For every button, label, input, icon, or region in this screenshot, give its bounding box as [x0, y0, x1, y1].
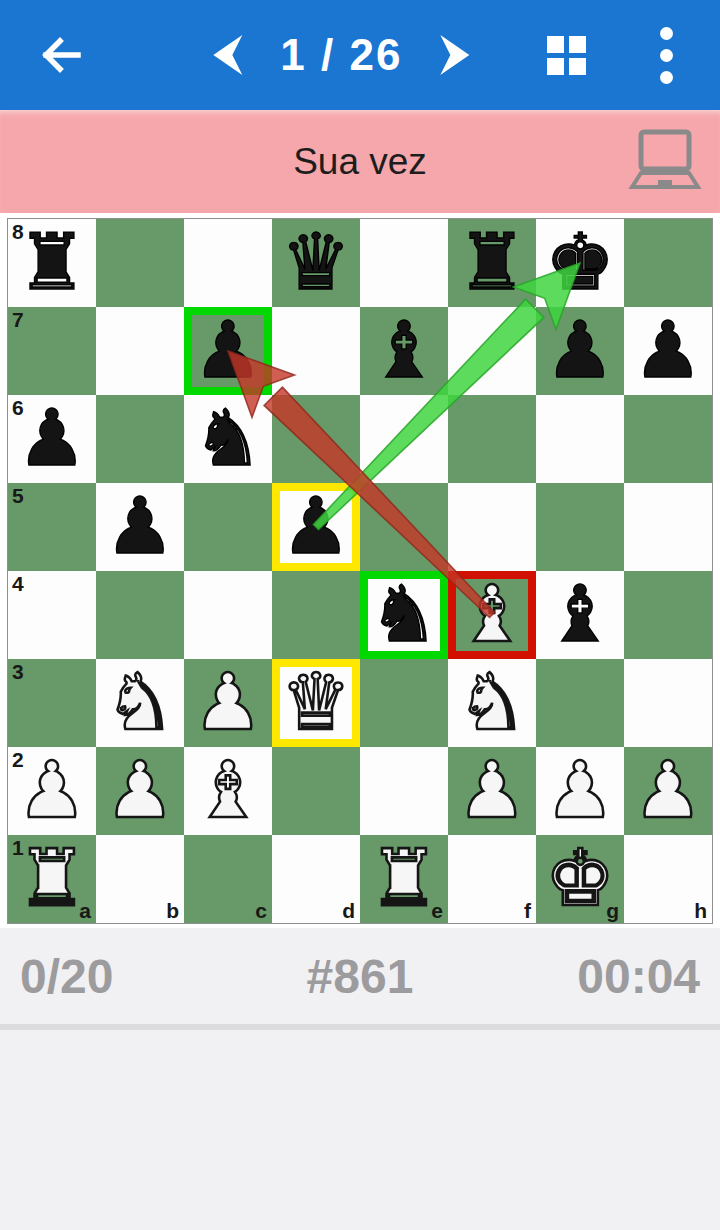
- square-h5[interactable]: [624, 483, 712, 571]
- square-f8[interactable]: ♜: [448, 219, 536, 307]
- square-b8[interactable]: [96, 219, 184, 307]
- rank-label-1: 1: [12, 836, 24, 860]
- computer-opponent-icon[interactable]: [624, 127, 706, 197]
- square-a2[interactable]: ♟2: [8, 747, 96, 835]
- piece-black-r-f8: ♜: [448, 219, 536, 307]
- next-puzzle-button[interactable]: [436, 33, 474, 77]
- file-label-c: c: [255, 899, 267, 923]
- arrow-left-icon: [38, 32, 84, 78]
- piece-black-p-a6: ♟: [8, 395, 96, 483]
- piece-white-b-c2: ♝: [184, 747, 272, 835]
- piece-black-b-e7: ♝: [360, 307, 448, 395]
- kebab-menu-icon: [660, 27, 673, 84]
- rank-label-3: 3: [12, 660, 24, 684]
- piece-black-r-a8: ♜: [8, 219, 96, 307]
- square-b5[interactable]: ♟: [96, 483, 184, 571]
- file-label-e: e: [431, 899, 443, 923]
- square-e1[interactable]: ♜e: [360, 835, 448, 923]
- square-g8[interactable]: ♚: [536, 219, 624, 307]
- file-label-a: a: [79, 899, 91, 923]
- square-d2[interactable]: [272, 747, 360, 835]
- square-b7[interactable]: [96, 307, 184, 395]
- square-h1[interactable]: h: [624, 835, 712, 923]
- piece-white-p-g2: ♟: [536, 747, 624, 835]
- square-b3[interactable]: ♞: [96, 659, 184, 747]
- square-a4[interactable]: 4: [8, 571, 96, 659]
- square-g7[interactable]: ♟: [536, 307, 624, 395]
- square-a3[interactable]: 3: [8, 659, 96, 747]
- piece-white-k-g1: ♚: [536, 835, 624, 923]
- square-d5[interactable]: ♟: [272, 483, 360, 571]
- timer: 00:04: [473, 949, 700, 1004]
- square-d7[interactable]: [272, 307, 360, 395]
- turn-banner: Sua vez: [0, 110, 720, 213]
- square-c5[interactable]: [184, 483, 272, 571]
- square-g4[interactable]: ♝: [536, 571, 624, 659]
- bottom-pane: [0, 1030, 720, 1134]
- prev-puzzle-button[interactable]: [208, 33, 246, 77]
- square-a6[interactable]: ♟6: [8, 395, 96, 483]
- chevron-left-icon: [208, 33, 246, 77]
- square-a1[interactable]: ♜1a: [8, 835, 96, 923]
- rank-label-5: 5: [12, 484, 24, 508]
- square-e5[interactable]: [360, 483, 448, 571]
- turn-banner-text: Sua vez: [293, 141, 427, 183]
- chess-board: ♜8♛♜♚7♟♝♟♟♟6♞5♟♟4♞♝♝3♞♟♛♞♟2♟♝♟♟♟♜1abcd♜e…: [8, 219, 712, 923]
- square-f6[interactable]: [448, 395, 536, 483]
- square-e3[interactable]: [360, 659, 448, 747]
- square-b2[interactable]: ♟: [96, 747, 184, 835]
- square-f1[interactable]: f: [448, 835, 536, 923]
- piece-white-q-d3: ♛: [272, 659, 360, 747]
- square-b4[interactable]: [96, 571, 184, 659]
- piece-black-n-c6: ♞: [184, 395, 272, 483]
- square-d1[interactable]: d: [272, 835, 360, 923]
- piece-white-b-f4: ♝: [448, 571, 536, 659]
- piece-white-n-b3: ♞: [96, 659, 184, 747]
- overflow-menu-button[interactable]: [638, 27, 694, 83]
- chevron-right-icon: [436, 33, 474, 77]
- rank-label-4: 4: [12, 572, 24, 596]
- square-d4[interactable]: [272, 571, 360, 659]
- board-section: ♜8♛♜♚7♟♝♟♟♟6♞5♟♟4♞♝♝3♞♟♛♞♟2♟♝♟♟♟♜1abcd♜e…: [0, 213, 720, 928]
- piece-black-p-c7: ♟: [184, 307, 272, 395]
- square-f3[interactable]: ♞: [448, 659, 536, 747]
- square-e6[interactable]: [360, 395, 448, 483]
- piece-black-p-d5: ♟: [272, 483, 360, 571]
- piece-white-r-a1: ♜: [8, 835, 96, 923]
- puzzle-position-label: 1 / 26: [280, 30, 402, 80]
- square-c6[interactable]: ♞: [184, 395, 272, 483]
- square-d8[interactable]: ♛: [272, 219, 360, 307]
- rank-label-8: 8: [12, 220, 24, 244]
- header-actions: [538, 27, 694, 83]
- square-a7[interactable]: 7: [8, 307, 96, 395]
- square-d6[interactable]: [272, 395, 360, 483]
- square-e8[interactable]: [360, 219, 448, 307]
- square-c7[interactable]: ♟: [184, 307, 272, 395]
- file-label-f: f: [524, 899, 531, 923]
- rank-label-7: 7: [12, 308, 24, 332]
- back-button[interactable]: [26, 20, 96, 90]
- square-h3[interactable]: [624, 659, 712, 747]
- square-f5[interactable]: [448, 483, 536, 571]
- square-g3[interactable]: [536, 659, 624, 747]
- piece-black-b-g4: ♝: [536, 571, 624, 659]
- square-b1[interactable]: b: [96, 835, 184, 923]
- board-frame: ♜8♛♜♚7♟♝♟♟♟6♞5♟♟4♞♝♝3♞♟♛♞♟2♟♝♟♟♟♜1abcd♜e…: [7, 218, 713, 924]
- square-h7[interactable]: ♟: [624, 307, 712, 395]
- square-h8[interactable]: [624, 219, 712, 307]
- piece-white-p-c3: ♟: [184, 659, 272, 747]
- piece-black-k-g8: ♚: [536, 219, 624, 307]
- square-g1[interactable]: ♚g: [536, 835, 624, 923]
- piece-white-p-h2: ♟: [624, 747, 712, 835]
- app-header: 1 / 26: [0, 0, 720, 110]
- status-bar: 0/20 #861 00:04: [0, 928, 720, 1024]
- piece-white-n-f3: ♞: [448, 659, 536, 747]
- square-d3[interactable]: ♛: [272, 659, 360, 747]
- square-e4[interactable]: ♞: [360, 571, 448, 659]
- piece-white-p-f2: ♟: [448, 747, 536, 835]
- piece-white-r-e1: ♜: [360, 835, 448, 923]
- file-label-h: h: [694, 899, 707, 923]
- puzzle-navigator: 1 / 26: [208, 0, 474, 110]
- square-g6[interactable]: [536, 395, 624, 483]
- square-f4[interactable]: ♝: [448, 571, 536, 659]
- square-c3[interactable]: ♟: [184, 659, 272, 747]
- square-a8[interactable]: ♜8: [8, 219, 96, 307]
- square-e2[interactable]: [360, 747, 448, 835]
- square-f2[interactable]: ♟: [448, 747, 536, 835]
- square-g2[interactable]: ♟: [536, 747, 624, 835]
- square-c2[interactable]: ♝: [184, 747, 272, 835]
- grid-view-icon: [547, 36, 586, 75]
- piece-white-p-b2: ♟: [96, 747, 184, 835]
- square-f7[interactable]: [448, 307, 536, 395]
- file-label-d: d: [342, 899, 355, 923]
- piece-black-p-h7: ♟: [624, 307, 712, 395]
- piece-black-p-b5: ♟: [96, 483, 184, 571]
- piece-white-p-a2: ♟: [8, 747, 96, 835]
- file-label-b: b: [166, 899, 179, 923]
- square-h2[interactable]: ♟: [624, 747, 712, 835]
- square-g5[interactable]: [536, 483, 624, 571]
- puzzle-id: #861: [247, 949, 474, 1004]
- file-label-g: g: [606, 899, 619, 923]
- rank-label-2: 2: [12, 748, 24, 772]
- square-h4[interactable]: [624, 571, 712, 659]
- puzzle-list-button[interactable]: [538, 27, 594, 83]
- score-counter: 0/20: [20, 949, 247, 1004]
- square-b6[interactable]: [96, 395, 184, 483]
- piece-black-q-d8: ♛: [272, 219, 360, 307]
- square-c8[interactable]: [184, 219, 272, 307]
- square-h6[interactable]: [624, 395, 712, 483]
- square-a5[interactable]: 5: [8, 483, 96, 571]
- square-e7[interactable]: ♝: [360, 307, 448, 395]
- piece-black-p-g7: ♟: [536, 307, 624, 395]
- square-c4[interactable]: [184, 571, 272, 659]
- rank-label-6: 6: [12, 396, 24, 420]
- square-c1[interactable]: c: [184, 835, 272, 923]
- piece-black-n-e4: ♞: [360, 571, 448, 659]
